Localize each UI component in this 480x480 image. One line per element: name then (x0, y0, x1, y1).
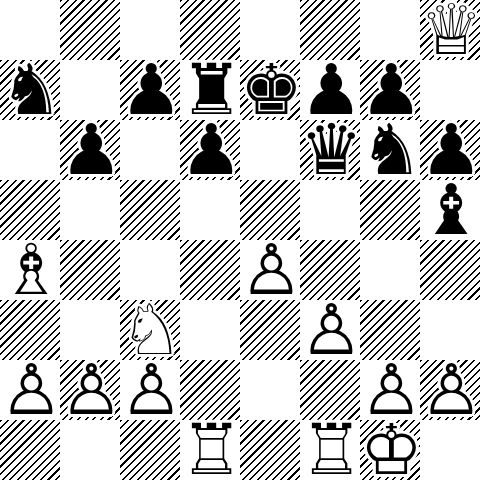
piece-white-pawn[interactable]: ♟♙ (120, 360, 180, 420)
square-f5[interactable] (300, 180, 360, 240)
square-d5[interactable] (180, 180, 240, 240)
piece-white-pawn[interactable]: ♟♙ (0, 360, 60, 420)
square-b8[interactable] (60, 0, 120, 60)
square-f3[interactable]: ♟♙ (300, 300, 360, 360)
square-a4[interactable]: ♝♗ (0, 240, 60, 300)
square-f6[interactable]: ♛♛ (300, 120, 360, 180)
square-a7[interactable]: ♞♞ (0, 60, 60, 120)
piece-glyph: ♙ (240, 240, 300, 300)
square-d3[interactable] (180, 300, 240, 360)
piece-black-pawn[interactable]: ♟♟ (180, 120, 240, 180)
piece-glyph: ♙ (0, 360, 60, 420)
piece-glyph: ♔ (360, 420, 420, 480)
square-e6[interactable] (240, 120, 300, 180)
square-c6[interactable] (120, 120, 180, 180)
piece-glyph: ♟ (120, 60, 180, 120)
piece-black-knight[interactable]: ♞♞ (360, 120, 420, 180)
piece-glyph: ♙ (300, 300, 360, 360)
square-c7[interactable]: ♟♟ (120, 60, 180, 120)
piece-white-rook[interactable]: ♜♖ (300, 420, 360, 480)
square-b6[interactable]: ♟♟ (60, 120, 120, 180)
square-e7[interactable]: ♚♚ (240, 60, 300, 120)
piece-white-pawn[interactable]: ♟♙ (300, 300, 360, 360)
square-h8[interactable]: ♛♕ (420, 0, 480, 60)
square-g6[interactable]: ♞♞ (360, 120, 420, 180)
square-g4[interactable] (360, 240, 420, 300)
piece-glyph: ♙ (60, 360, 120, 420)
square-a2[interactable]: ♟♙ (0, 360, 60, 420)
piece-white-king[interactable]: ♚♔ (360, 420, 420, 480)
piece-black-king[interactable]: ♚♚ (240, 60, 300, 120)
square-c5[interactable] (120, 180, 180, 240)
square-h5[interactable]: ♝♝ (420, 180, 480, 240)
piece-glyph: ♖ (180, 420, 240, 480)
square-g5[interactable] (360, 180, 420, 240)
piece-white-bishop[interactable]: ♝♗ (0, 240, 60, 300)
square-e2[interactable] (240, 360, 300, 420)
square-g1[interactable]: ♚♔ (360, 420, 420, 480)
piece-glyph: ♟ (180, 120, 240, 180)
square-a6[interactable] (0, 120, 60, 180)
square-h2[interactable]: ♟♙ (420, 360, 480, 420)
square-c2[interactable]: ♟♙ (120, 360, 180, 420)
piece-glyph: ♞ (360, 120, 420, 180)
piece-white-rook[interactable]: ♜♖ (180, 420, 240, 480)
piece-glyph: ♟ (60, 120, 120, 180)
square-e4[interactable]: ♟♙ (240, 240, 300, 300)
chess-board: ♛♕♞♞♟♟♜♜♚♚♟♟♟♟♟♟♟♟♛♛♞♞♟♟♝♝♝♗♟♙♞♘♟♙♟♙♟♙♟♙… (0, 0, 480, 480)
square-d1[interactable]: ♜♖ (180, 420, 240, 480)
piece-glyph: ♙ (120, 360, 180, 420)
square-b4[interactable] (60, 240, 120, 300)
square-c1[interactable] (120, 420, 180, 480)
piece-glyph: ♙ (420, 360, 480, 420)
piece-black-bishop[interactable]: ♝♝ (420, 180, 480, 240)
square-a1[interactable] (0, 420, 60, 480)
piece-glyph: ♗ (0, 240, 60, 300)
square-h4[interactable] (420, 240, 480, 300)
square-d6[interactable]: ♟♟ (180, 120, 240, 180)
square-f1[interactable]: ♜♖ (300, 420, 360, 480)
square-b5[interactable] (60, 180, 120, 240)
square-e1[interactable] (240, 420, 300, 480)
piece-glyph: ♛ (300, 120, 360, 180)
piece-black-knight[interactable]: ♞♞ (0, 60, 60, 120)
piece-glyph: ♞ (0, 60, 60, 120)
square-b2[interactable]: ♟♙ (60, 360, 120, 420)
square-b1[interactable] (60, 420, 120, 480)
piece-glyph: ♚ (240, 60, 300, 120)
piece-black-pawn[interactable]: ♟♟ (120, 60, 180, 120)
piece-white-queen[interactable]: ♛♕ (420, 0, 480, 60)
piece-glyph: ♕ (420, 0, 480, 60)
piece-glyph: ♖ (300, 420, 360, 480)
piece-glyph: ♝ (420, 180, 480, 240)
piece-black-queen[interactable]: ♛♛ (300, 120, 360, 180)
piece-white-pawn[interactable]: ♟♙ (60, 360, 120, 420)
square-d4[interactable] (180, 240, 240, 300)
piece-white-pawn[interactable]: ♟♙ (240, 240, 300, 300)
piece-white-pawn[interactable]: ♟♙ (420, 360, 480, 420)
square-e3[interactable] (240, 300, 300, 360)
square-h1[interactable] (420, 420, 480, 480)
piece-black-pawn[interactable]: ♟♟ (60, 120, 120, 180)
